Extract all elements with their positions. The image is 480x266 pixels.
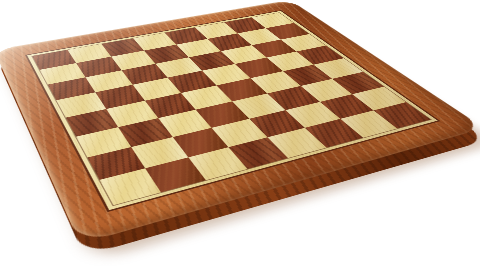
board-grid xyxy=(31,12,432,206)
chessboard-product-photo xyxy=(0,0,480,266)
maple-inlay-border xyxy=(25,10,441,212)
